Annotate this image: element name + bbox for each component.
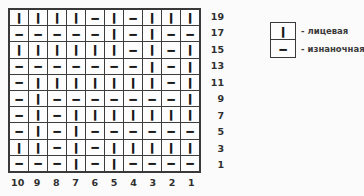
legend-knit-label: - лицевая [301,26,348,36]
chart-cell-r11-c2: − [162,75,180,90]
knit-stitch-symbol: | [148,12,155,23]
chart-cell-r15-c3: | [143,42,161,57]
knit-stitch-symbol: | [91,44,98,55]
chart-cell-r5-c5: − [105,123,123,138]
col-label-1: 1 [182,176,201,189]
chart-cell-r5-c9: | [29,123,47,138]
col-label-2: 2 [162,176,181,189]
col-label-9: 9 [27,176,46,189]
purl-stitch-symbol: − [14,59,24,74]
row-label-11: 11 [205,74,224,91]
purl-stitch-symbol: − [14,75,24,90]
row-label-5: 5 [205,124,224,141]
knit-stitch-symbol: | [186,77,193,88]
knit-stitch-symbol: | [186,12,193,23]
purl-stitch-symbol: − [166,75,176,90]
purl-stitch-symbol: − [166,91,176,106]
knit-stitch-symbol: | [34,77,41,88]
purl-stitch-symbol: − [52,26,62,41]
chart-cell-r17-c5: | [105,26,123,41]
col-label-6: 6 [85,176,104,189]
chart-cell-r13-c5: − [105,59,123,74]
purl-stitch-symbol: − [14,91,24,106]
chart-cell-r17-c2: − [162,26,180,41]
knit-stitch-symbol: | [110,28,117,39]
knit-stitch-symbol: | [91,109,98,120]
chart-cell-r1-c6: − [86,156,104,171]
row-label-1: 1 [205,157,224,174]
purl-stitch-symbol: − [90,26,100,41]
chart-cell-r17-c7: − [67,26,85,41]
chart-cell-r7-c2: | [162,107,180,122]
knit-stitch-symbol: | [91,77,98,88]
purl-stitch-symbol: − [71,91,81,106]
knit-stitch-symbol: | [110,142,117,153]
chart-cell-r7-c1: | [181,107,199,122]
chart-cell-r11-c5: | [105,75,123,90]
purl-stitch-symbol: − [14,156,24,171]
chart-cell-r13-c3: | [143,59,161,74]
knit-stitch-symbol: | [34,12,41,23]
purl-stitch-symbol: − [14,123,24,138]
knit-stitch-symbol: | [110,158,117,169]
col-label-5: 5 [104,176,123,189]
chart-cell-r15-c1: | [181,42,199,57]
purl-stitch-symbol: − [90,140,100,155]
chart-cell-r9-c3: − [143,91,161,106]
chart-cell-r7-c9: | [29,107,47,122]
purl-stitch-symbol: − [14,26,24,41]
knit-stitch-symbol: | [148,142,155,153]
chart-cell-r3-c10: | [10,140,28,155]
purl-stitch-symbol: − [71,26,81,41]
chart-cell-r1-c9: − [29,156,47,171]
knit-stitch-symbol: | [148,28,155,39]
knit-stitch-symbol: | [148,77,155,88]
row-label-13: 13 [205,58,224,75]
purl-stitch-symbol: − [128,59,138,74]
knit-stitch-symbol: | [167,109,174,120]
chart-cell-r1-c5: | [105,156,123,171]
knit-stitch-symbol: | [129,77,136,88]
chart-cell-r9-c7: − [67,91,85,106]
chart-cell-r15-c7: | [67,42,85,57]
purl-stitch-symbol: − [147,91,157,106]
chart-cell-r11-c9: | [29,75,47,90]
col-label-3: 3 [143,176,162,189]
row-label-17: 17 [205,25,224,42]
row-label-19: 19 [205,8,224,25]
purl-stitch-symbol: − [52,123,62,138]
purl-stitch-symbol: − [52,140,62,155]
chart-cell-r3-c3: | [143,140,161,155]
purl-stitch-symbol: − [166,42,176,57]
chart-cell-r13-c7: − [67,59,85,74]
chart-cell-r13-c10: − [10,59,28,74]
knit-stitch-symbol: | [110,12,117,23]
purl-stitch-symbol: − [90,91,100,106]
chart-cell-r19-c6: − [86,10,104,25]
chart-cell-r5-c2: − [162,123,180,138]
knit-stitch-symbol: | [186,44,193,55]
purl-stitch-symbol: − [33,156,43,171]
knit-stitch-symbol: | [186,142,193,153]
purl-stitch-symbol: − [185,156,195,171]
legend-knit-cell: | [270,22,296,40]
chart-cell-r1-c2: − [162,156,180,171]
chart-cell-r19-c5: | [105,10,123,25]
knit-stitch-symbol: | [110,109,117,120]
chart-cell-r1-c8: − [48,156,66,171]
chart-cell-r19-c4: − [124,10,142,25]
chart-cell-r11-c4: | [124,75,142,90]
row-label-3: 3 [205,140,224,157]
chart-cell-r11-c6: | [86,75,104,90]
chart-cell-r19-c1: | [181,10,199,25]
chart-cell-r13-c4: − [124,59,142,74]
knit-stitch-symbol: | [15,12,22,23]
chart-cell-r15-c5: | [105,42,123,57]
legend-purl-cell: − [270,40,296,58]
chart-cell-r9-c5: − [105,91,123,106]
chart-cell-r17-c1: − [181,26,199,41]
chart-cell-r9-c2: − [162,91,180,106]
knit-stitch-symbol: | [72,109,79,120]
knit-stitch-symbol: | [279,26,286,37]
chart-cell-r19-c8: | [48,10,66,25]
knit-stitch-symbol: | [72,158,79,169]
purl-stitch-symbol: − [14,107,24,122]
chart-cell-r17-c10: − [10,26,28,41]
col-labels: 10987654321 [8,176,201,189]
chart-cell-r5-c4: − [124,123,142,138]
knit-stitch-symbol: | [110,77,117,88]
purl-stitch-symbol: − [166,156,176,171]
chart-cell-r9-c10: − [10,91,28,106]
chart-cell-r15-c6: | [86,42,104,57]
purl-stitch-symbol: − [128,123,138,138]
purl-stitch-symbol: − [147,156,157,171]
chart-cell-r19-c2: | [162,10,180,25]
knit-stitch-symbol: | [129,142,136,153]
chart-cell-r9-c8: − [48,91,66,106]
purl-stitch-symbol: − [52,91,62,106]
chart-cell-r5-c10: − [10,123,28,138]
chart-cell-r3-c7: | [67,140,85,155]
chart-cell-r19-c3: | [143,10,161,25]
chart-cell-r15-c8: | [48,42,66,57]
chart-cell-r3-c1: | [181,140,199,155]
knit-stitch-symbol: | [34,44,41,55]
chart-cell-r11-c3: | [143,75,161,90]
knit-stitch-symbol: | [34,93,41,104]
chart-cell-r3-c2: | [162,140,180,155]
chart-cell-r5-c7: | [67,123,85,138]
chart-cell-r5-c3: − [143,123,161,138]
chart-cell-r1-c3: − [143,156,161,171]
legend-row-knit: | - лицевая [270,22,364,40]
purl-stitch-symbol: − [278,40,288,57]
purl-stitch-symbol: − [90,10,100,25]
chart-cell-r19-c10: | [10,10,28,25]
chart-cell-r7-c5: | [105,107,123,122]
purl-stitch-symbol: − [109,91,119,106]
purl-stitch-symbol: − [52,156,62,171]
purl-stitch-symbol: − [166,26,176,41]
knit-stitch-symbol: | [186,109,193,120]
chart-cell-r15-c10: | [10,42,28,57]
purl-stitch-symbol: − [166,59,176,74]
knit-stitch-symbol: | [53,44,60,55]
chart-cell-r13-c9: − [29,59,47,74]
knit-stitch-symbol: | [72,125,79,136]
chart-cell-r11-c10: − [10,75,28,90]
knit-stitch-symbol: | [15,44,22,55]
chart-cell-r1-c7: | [67,156,85,171]
knit-stitch-symbol: | [129,109,136,120]
chart-cell-r7-c3: | [143,107,161,122]
chart-cell-r17-c9: − [29,26,47,41]
knit-stitch-symbol: | [148,61,155,72]
chart-cell-r11-c8: | [48,75,66,90]
purl-stitch-symbol: − [33,26,43,41]
chart-cell-r13-c6: − [86,59,104,74]
col-label-4: 4 [124,176,143,189]
chart-cell-r7-c10: − [10,107,28,122]
purl-stitch-symbol: − [33,59,43,74]
knit-stitch-symbol: | [34,109,41,120]
chart-cell-r13-c2: − [162,59,180,74]
chart-cell-r5-c8: − [48,123,66,138]
knit-stitch-symbol: | [148,109,155,120]
col-label-8: 8 [47,176,66,189]
knitting-chart-page: ||||−|−|||−−−−−|−|−−||||||−|−|−−−−−−−|−|… [0,0,364,196]
row-label-7: 7 [205,107,224,124]
chart-cell-r7-c4: | [124,107,142,122]
knit-stitch-symbol: | [186,61,193,72]
chart-cell-r3-c4: | [124,140,142,155]
purl-stitch-symbol: − [90,156,100,171]
chart-cell-r13-c1: | [181,59,199,74]
chart-cell-r7-c8: − [48,107,66,122]
chart-cell-r9-c6: − [86,91,104,106]
col-label-7: 7 [66,176,85,189]
knit-stitch-symbol: | [148,44,155,55]
knit-stitch-symbol: | [110,44,117,55]
chart-cell-r3-c8: − [48,140,66,155]
purl-stitch-symbol: − [128,42,138,57]
purl-stitch-symbol: − [166,123,176,138]
knit-stitch-symbol: | [34,125,41,136]
chart-cell-r15-c9: | [29,42,47,57]
knit-stitch-symbol: | [72,12,79,23]
chart-cell-r5-c6: − [86,123,104,138]
chart-cell-r3-c6: − [86,140,104,155]
chart-cell-r9-c9: | [29,91,47,106]
knit-stitch-symbol: | [34,142,41,153]
legend-purl-label: - изнаночная [301,44,364,54]
knit-stitch-symbol: | [15,142,22,153]
knit-stitch-symbol: | [72,44,79,55]
purl-stitch-symbol: − [128,10,138,25]
chart-cell-r9-c4: − [124,91,142,106]
chart-cell-r1-c1: − [181,156,199,171]
chart-cell-r7-c6: | [86,107,104,122]
chart-cell-r19-c7: | [67,10,85,25]
chart-grid: ||||−|−|||−−−−−|−|−−||||||−|−|−−−−−−−|−|… [8,8,201,173]
chart-cell-r5-c1: − [181,123,199,138]
chart-cell-r9-c1: | [181,91,199,106]
knit-stitch-symbol: | [167,142,174,153]
knit-stitch-symbol: | [186,93,193,104]
chart-cell-r15-c4: − [124,42,142,57]
chart-cell-r13-c8: − [48,59,66,74]
purl-stitch-symbol: − [109,123,119,138]
purl-stitch-symbol: − [128,156,138,171]
knit-stitch-symbol: | [53,12,60,23]
purl-stitch-symbol: − [90,123,100,138]
purl-stitch-symbol: − [128,26,138,41]
knit-stitch-symbol: | [167,12,174,23]
knit-stitch-symbol: | [72,77,79,88]
row-label-9: 9 [205,91,224,108]
chart-cell-r1-c10: − [10,156,28,171]
purl-stitch-symbol: − [90,59,100,74]
chart-cell-r17-c3: | [143,26,161,41]
legend: | - лицевая − - изнаночная [270,22,364,58]
legend-row-purl: − - изнаночная [270,40,364,58]
chart-cell-r17-c4: − [124,26,142,41]
purl-stitch-symbol: − [185,123,195,138]
row-label-15: 15 [205,41,224,58]
knit-stitch-symbol: | [53,77,60,88]
purl-stitch-symbol: − [128,91,138,106]
chart-cell-r7-c7: | [67,107,85,122]
chart-cell-r3-c5: | [105,140,123,155]
purl-stitch-symbol: − [71,59,81,74]
chart-cell-r11-c7: | [67,75,85,90]
chart-cell-r19-c9: | [29,10,47,25]
col-label-10: 10 [8,176,27,189]
purl-stitch-symbol: − [52,59,62,74]
knit-stitch-symbol: | [72,142,79,153]
chart-cell-r11-c1: | [181,75,199,90]
chart-cell-r17-c8: − [48,26,66,41]
purl-stitch-symbol: − [109,59,119,74]
purl-stitch-symbol: − [52,107,62,122]
chart-cell-r3-c9: | [29,140,47,155]
purl-stitch-symbol: − [147,123,157,138]
chart-cell-r17-c6: − [86,26,104,41]
chart-cell-r1-c4: − [124,156,142,171]
purl-stitch-symbol: − [185,26,195,41]
row-labels: 191715131197531 [205,8,224,173]
chart-cell-r15-c2: − [162,42,180,57]
